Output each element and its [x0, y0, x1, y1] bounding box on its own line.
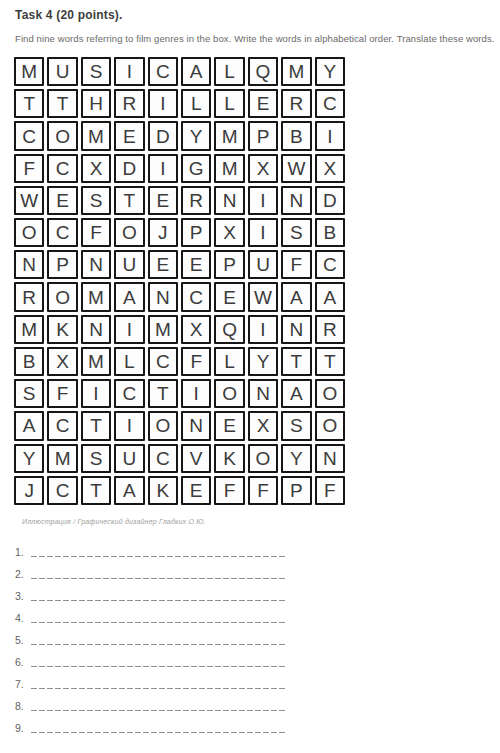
grid-cell: O: [47, 282, 77, 311]
grid-cell: E: [148, 186, 178, 215]
answer-line: 8.: [15, 696, 285, 711]
answer-blank: [31, 633, 285, 645]
grid-cell: C: [148, 57, 178, 86]
grid-cell: N: [281, 315, 311, 344]
grid-cell: T: [81, 411, 111, 440]
grid-cell: I: [114, 411, 144, 440]
grid-cell: T: [14, 89, 44, 118]
grid-cell: S: [81, 186, 111, 215]
grid-cell: N: [81, 250, 111, 279]
grid-cell: K: [148, 476, 178, 505]
grid-cell: G: [181, 154, 211, 183]
grid-cell: N: [315, 444, 345, 473]
grid-cell: O: [47, 121, 77, 150]
grid-cell: M: [214, 121, 244, 150]
grid-cell: E: [248, 89, 278, 118]
answer-line: 6.: [15, 652, 285, 667]
answer-number: 3.: [15, 591, 29, 602]
grid-cell: P: [181, 218, 211, 247]
answer-number: 5.: [15, 635, 29, 646]
grid-cell: J: [148, 218, 178, 247]
answer-blank: [31, 611, 285, 623]
grid-cell: Y: [181, 121, 211, 150]
illustration-credit: Иллюстрация / Графический дизайнер Гладк…: [22, 518, 206, 525]
answer-blank: [31, 589, 285, 601]
grid-cell: W: [14, 186, 44, 215]
grid-cell: X: [214, 218, 244, 247]
grid-cell: I: [248, 218, 278, 247]
grid-cell: S: [81, 57, 111, 86]
grid-cell: R: [315, 315, 345, 344]
grid-cell: D: [114, 154, 144, 183]
grid-cell: E: [114, 121, 144, 150]
grid-cell: X: [248, 154, 278, 183]
word-search-grid: MUSICALQMYTTHRILLERCCOMEDYMPBIFCXDIGMXWX…: [14, 57, 345, 505]
grid-cell: N: [148, 282, 178, 311]
grid-cell: O: [315, 411, 345, 440]
grid-cell: R: [181, 186, 211, 215]
answer-number: 9.: [15, 723, 29, 734]
grid-cell: A: [281, 379, 311, 408]
grid-cell: L: [214, 89, 244, 118]
grid-cell: M: [81, 121, 111, 150]
grid-cell: N: [248, 379, 278, 408]
grid-cell: I: [248, 186, 278, 215]
grid-cell: V: [181, 444, 211, 473]
grid-cell: I: [181, 379, 211, 408]
grid-cell: F: [214, 476, 244, 505]
grid-cell: X: [248, 411, 278, 440]
grid-cell: Y: [14, 444, 44, 473]
grid-cell: N: [81, 315, 111, 344]
grid-cell: L: [114, 347, 144, 376]
grid-cell: Y: [315, 57, 345, 86]
grid-cell: W: [281, 154, 311, 183]
grid-cell: M: [47, 444, 77, 473]
grid-cell: T: [47, 89, 77, 118]
grid-cell: L: [214, 347, 244, 376]
grid-cell: Y: [281, 444, 311, 473]
grid-cell: J: [14, 476, 44, 505]
grid-cell: P: [47, 250, 77, 279]
grid-cell: L: [181, 89, 211, 118]
grid-cell: F: [181, 347, 211, 376]
grid-cell: C: [47, 154, 77, 183]
grid-cell: I: [81, 379, 111, 408]
grid-cell: M: [81, 282, 111, 311]
grid-cell: K: [47, 315, 77, 344]
grid-cell: I: [248, 315, 278, 344]
grid-cell: O: [315, 379, 345, 408]
grid-cell: M: [148, 315, 178, 344]
answer-number: 8.: [15, 701, 29, 712]
grid-cell: C: [114, 379, 144, 408]
answer-line: 4.: [15, 608, 285, 623]
grid-cell: P: [248, 121, 278, 150]
grid-cell: C: [315, 250, 345, 279]
page-title: Task 4 (20 points).: [15, 8, 123, 22]
grid-cell: X: [81, 154, 111, 183]
grid-cell: A: [114, 476, 144, 505]
answer-number: 4.: [15, 613, 29, 624]
grid-cell: E: [181, 250, 211, 279]
grid-cell: S: [281, 218, 311, 247]
grid-cell: Q: [214, 315, 244, 344]
grid-cell: M: [14, 315, 44, 344]
grid-cell: C: [148, 347, 178, 376]
grid-cell: R: [14, 282, 44, 311]
grid-cell: C: [181, 282, 211, 311]
grid-cell: M: [81, 347, 111, 376]
grid-cell: E: [148, 250, 178, 279]
grid-cell: W: [248, 282, 278, 311]
grid-cell: C: [148, 444, 178, 473]
grid-cell: U: [114, 444, 144, 473]
grid-cell: O: [248, 444, 278, 473]
grid-cell: O: [14, 218, 44, 247]
grid-cell: T: [281, 347, 311, 376]
grid-cell: I: [148, 154, 178, 183]
grid-cell: A: [181, 57, 211, 86]
grid-cell: Q: [248, 57, 278, 86]
grid-cell: I: [315, 121, 345, 150]
answer-number: 2.: [15, 569, 29, 580]
grid-cell: K: [214, 444, 244, 473]
grid-cell: D: [315, 186, 345, 215]
answer-line: 1.: [15, 542, 285, 557]
grid-cell: C: [47, 476, 77, 505]
grid-cell: O: [148, 411, 178, 440]
grid-cell: A: [114, 282, 144, 311]
grid-cell: N: [181, 411, 211, 440]
grid-cell: D: [148, 121, 178, 150]
grid-cell: S: [81, 444, 111, 473]
grid-cell: P: [281, 476, 311, 505]
answer-blank: [31, 545, 285, 557]
grid-cell: S: [281, 411, 311, 440]
answer-line: 7.: [15, 674, 285, 689]
grid-cell: U: [47, 57, 77, 86]
grid-cell: E: [214, 282, 244, 311]
grid-cell: F: [248, 476, 278, 505]
grid-cell: X: [315, 154, 345, 183]
grid-cell: B: [14, 347, 44, 376]
task-instruction: Find nine words referring to film genres…: [15, 33, 495, 44]
grid-cell: M: [281, 57, 311, 86]
grid-cell: A: [315, 282, 345, 311]
grid-cell: T: [81, 476, 111, 505]
grid-cell: F: [47, 379, 77, 408]
grid-cell: I: [114, 315, 144, 344]
answer-number: 1.: [15, 547, 29, 558]
grid-cell: F: [315, 476, 345, 505]
grid-cell: A: [14, 411, 44, 440]
answer-line: 5.: [15, 630, 285, 645]
grid-cell: B: [281, 121, 311, 150]
grid-cell: M: [214, 154, 244, 183]
grid-cell: C: [315, 89, 345, 118]
grid-cell: F: [81, 218, 111, 247]
grid-cell: R: [114, 89, 144, 118]
grid-cell: X: [47, 347, 77, 376]
grid-cell: H: [81, 89, 111, 118]
grid-cell: E: [47, 186, 77, 215]
grid-cell: T: [148, 379, 178, 408]
grid-cell: O: [114, 218, 144, 247]
answer-line: 3.: [15, 586, 285, 601]
grid-cell: I: [114, 57, 144, 86]
grid-cell: U: [248, 250, 278, 279]
grid-cell: E: [214, 411, 244, 440]
grid-cell: I: [148, 89, 178, 118]
grid-cell: E: [181, 476, 211, 505]
grid-cell: N: [214, 186, 244, 215]
grid-cell: N: [14, 250, 44, 279]
grid-cell: Y: [248, 347, 278, 376]
answer-blank: [31, 655, 285, 667]
grid-cell: B: [315, 218, 345, 247]
grid-cell: C: [47, 218, 77, 247]
grid-cell: T: [114, 186, 144, 215]
answer-number: 6.: [15, 657, 29, 668]
grid-cell: A: [281, 282, 311, 311]
answer-line: 2.: [15, 564, 285, 579]
grid-cell: X: [181, 315, 211, 344]
answer-blank: [31, 677, 285, 689]
answer-number: 7.: [15, 679, 29, 690]
grid-cell: L: [214, 57, 244, 86]
grid-cell: O: [214, 379, 244, 408]
grid-cell: P: [214, 250, 244, 279]
answer-list: 1.2.3.4.5.6.7.8.9.: [15, 542, 285, 740]
grid-cell: T: [315, 347, 345, 376]
answer-blank: [31, 567, 285, 579]
grid-cell: F: [14, 154, 44, 183]
grid-cell: S: [14, 379, 44, 408]
grid-cell: R: [281, 89, 311, 118]
grid-cell: M: [14, 57, 44, 86]
grid-cell: C: [47, 411, 77, 440]
answer-line: 9.: [15, 718, 285, 733]
grid-cell: U: [114, 250, 144, 279]
answer-blank: [31, 699, 285, 711]
grid-cell: C: [14, 121, 44, 150]
answer-blank: [31, 721, 285, 733]
grid-cell: F: [281, 250, 311, 279]
grid-cell: N: [281, 186, 311, 215]
